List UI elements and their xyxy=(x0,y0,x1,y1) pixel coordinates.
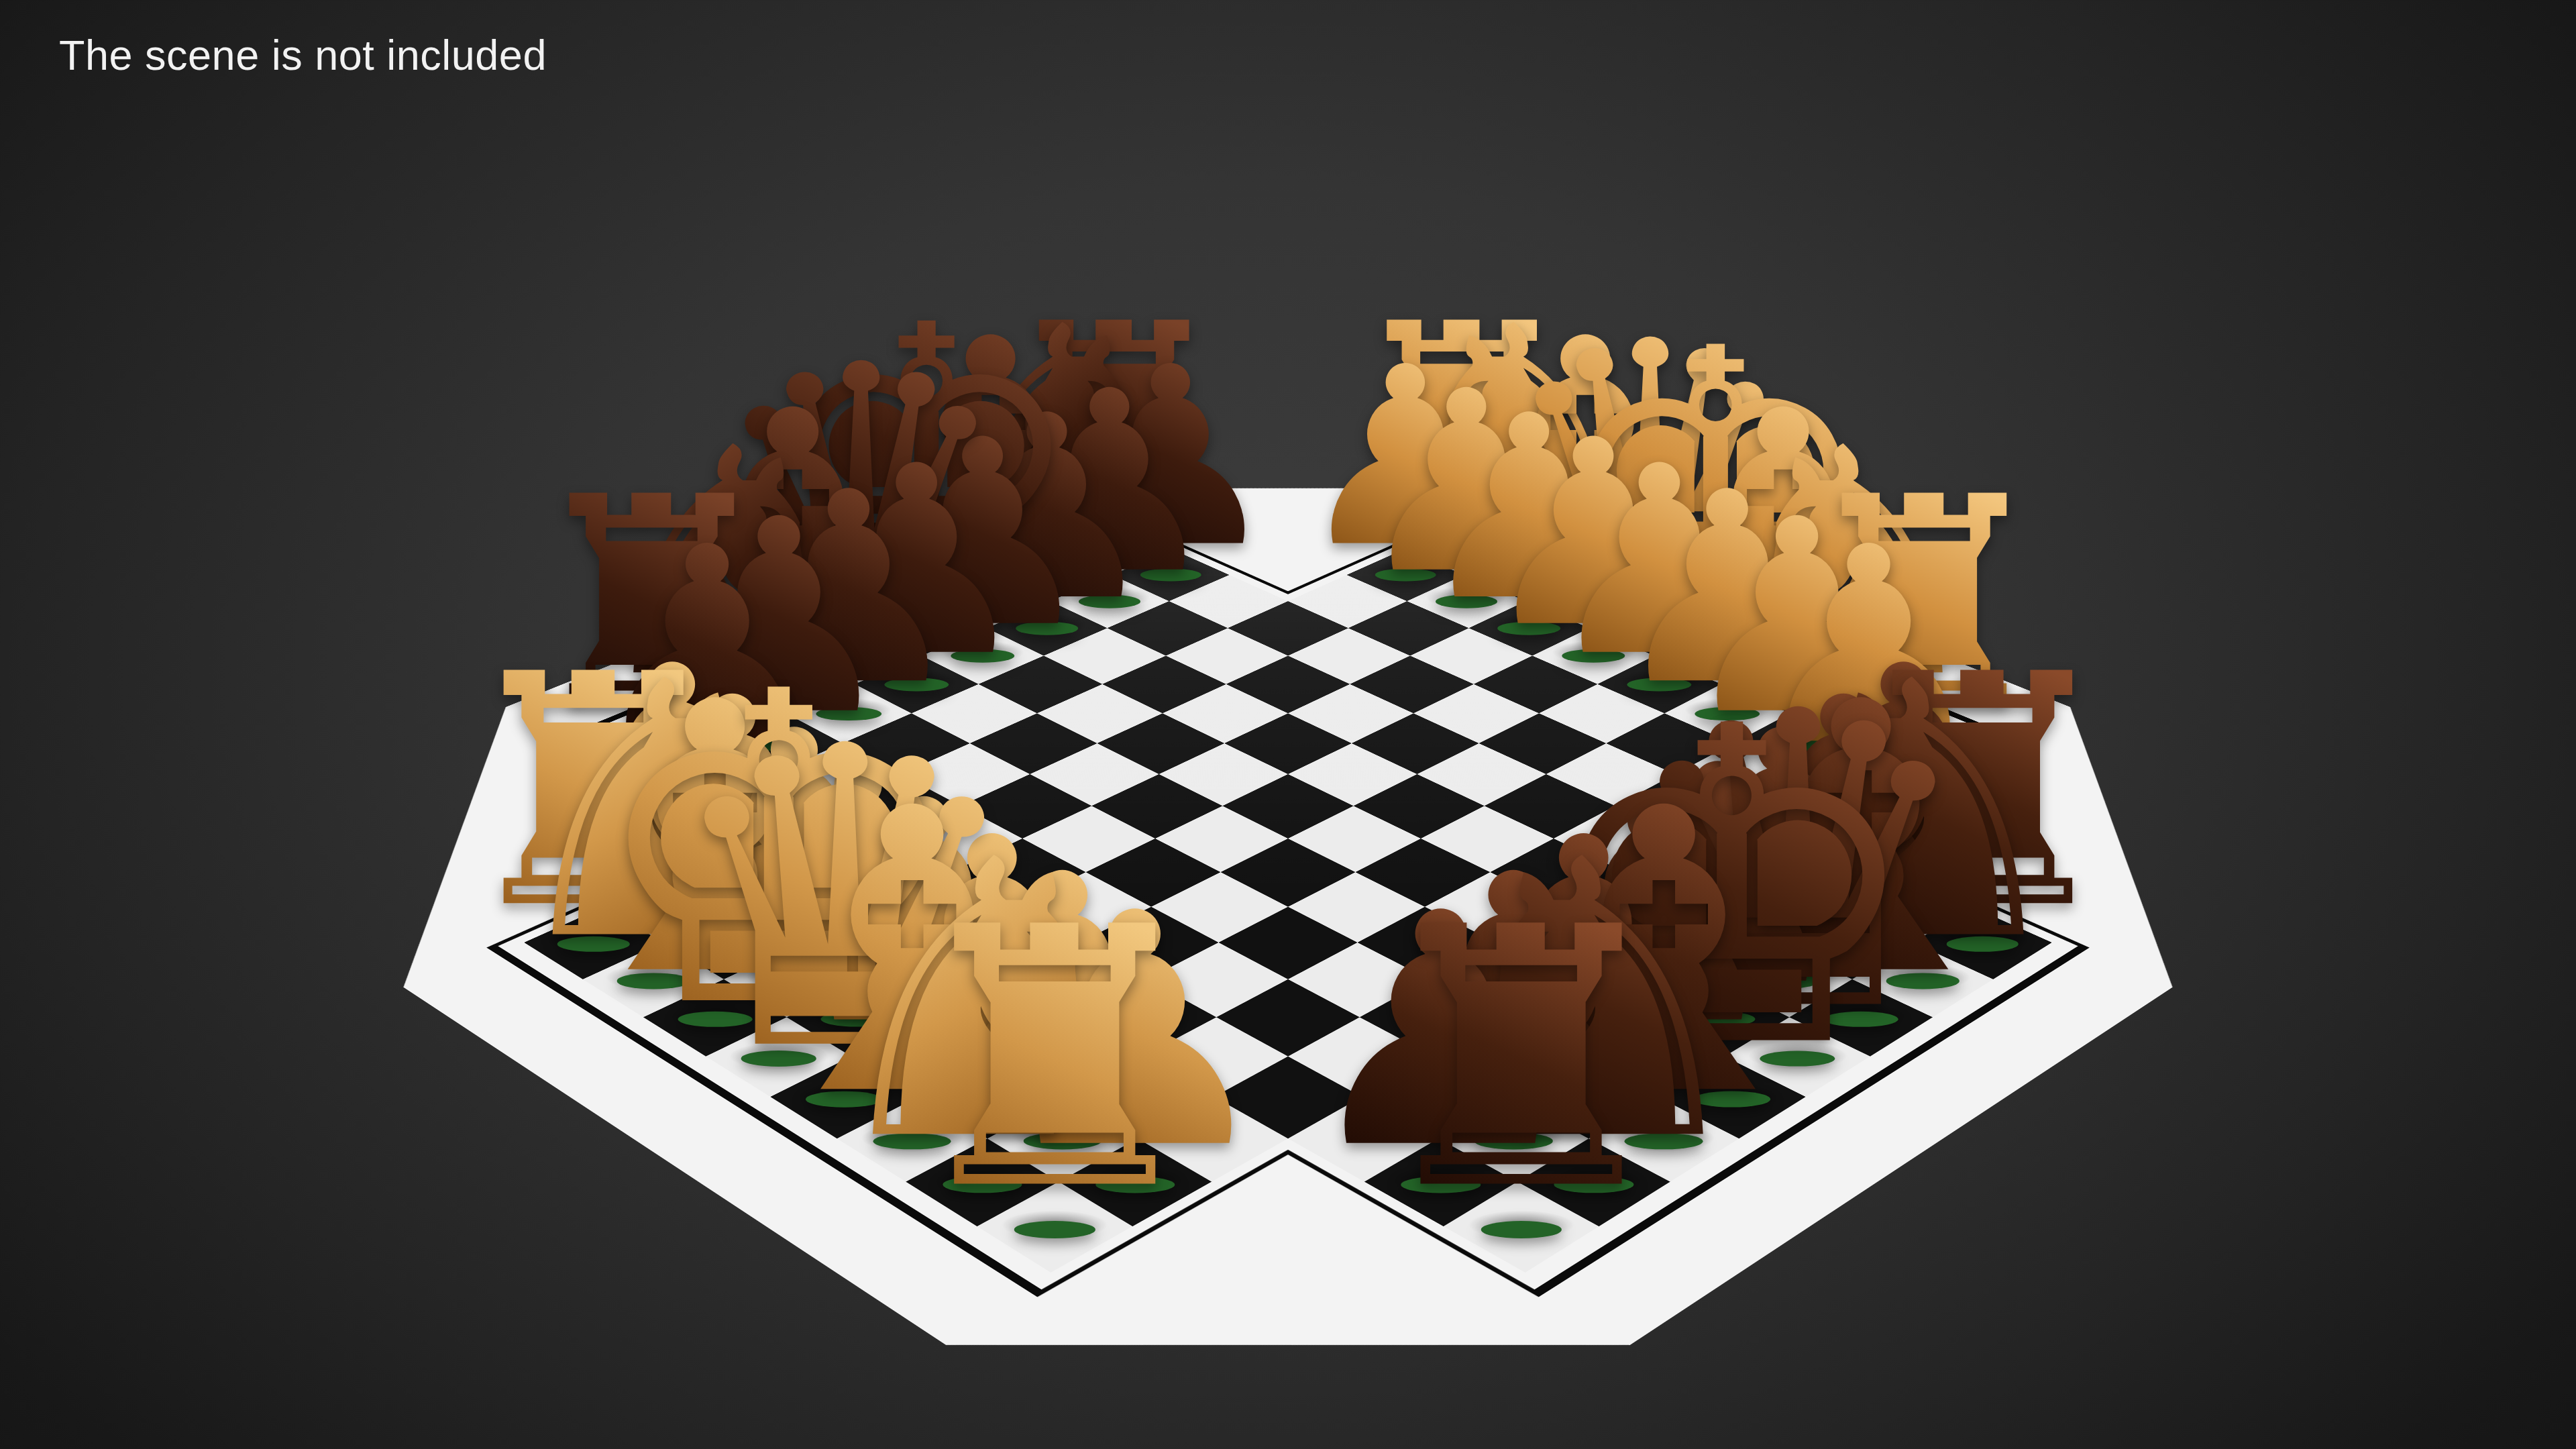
board-plank xyxy=(178,393,2398,1449)
scene: The scene is not included ♜♞♝♛♚♝♞♜♟♟♟♟♟♟… xyxy=(0,0,2576,1449)
board-3d-scene xyxy=(0,0,2576,1449)
